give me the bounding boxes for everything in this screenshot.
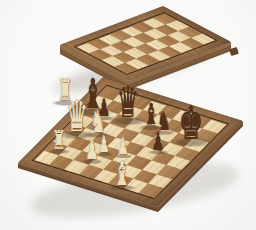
black-king-g7: ♚	[179, 99, 203, 146]
white-pawn-d4: ♟	[98, 134, 109, 156]
black-queen-c6: ♛	[117, 81, 139, 124]
white-pawn-c3: ♟	[85, 137, 99, 163]
case-hinge-clasp	[229, 47, 239, 56]
black-pawn-f5: ♟	[152, 130, 164, 154]
white-bishop-f2: ♝	[113, 156, 131, 190]
chess-set-product-photo: ♜♝♟♛♝♞♛♞♚♜♟♟♟♟♝	[0, 0, 256, 230]
white-rook-b3: ♜	[52, 127, 66, 153]
white-queen-b4: ♛	[66, 95, 88, 138]
